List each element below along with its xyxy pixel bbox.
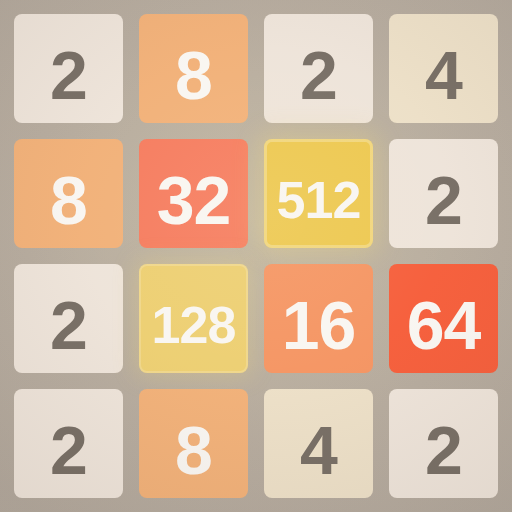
tile-2: 2 (389, 139, 498, 248)
tile-8: 8 (14, 139, 123, 248)
tile-2: 2 (264, 14, 373, 123)
tile-512: 512 (264, 139, 373, 248)
tile-4: 4 (264, 389, 373, 498)
tile-2: 2 (14, 389, 123, 498)
tile-32: 32 (139, 139, 248, 248)
tile-2: 2 (14, 14, 123, 123)
tile-value: 2 (425, 161, 462, 239)
tile-value: 2 (425, 411, 462, 489)
tile-8: 8 (139, 389, 248, 498)
tile-2: 2 (389, 389, 498, 498)
tile-2: 2 (14, 264, 123, 373)
tile-value: 8 (175, 411, 212, 489)
tile-value: 2 (50, 286, 87, 364)
board-2048[interactable]: 28248325122212816642842 (0, 0, 512, 512)
tile-16: 16 (264, 264, 373, 373)
tile-value: 128 (152, 295, 236, 355)
tile-value: 16 (282, 286, 356, 364)
tile-4: 4 (389, 14, 498, 123)
tile-value: 8 (50, 161, 87, 239)
tile-128: 128 (139, 264, 248, 373)
tile-value: 2 (50, 36, 87, 114)
tile-value: 2 (50, 411, 87, 489)
tile-value: 8 (175, 36, 212, 114)
tile-8: 8 (139, 14, 248, 123)
tile-value: 32 (157, 161, 231, 239)
tile-value: 4 (300, 411, 337, 489)
tile-value: 64 (407, 286, 481, 364)
tile-64: 64 (389, 264, 498, 373)
tile-value: 4 (425, 36, 462, 114)
tile-value: 512 (277, 170, 361, 230)
tile-value: 2 (300, 36, 337, 114)
